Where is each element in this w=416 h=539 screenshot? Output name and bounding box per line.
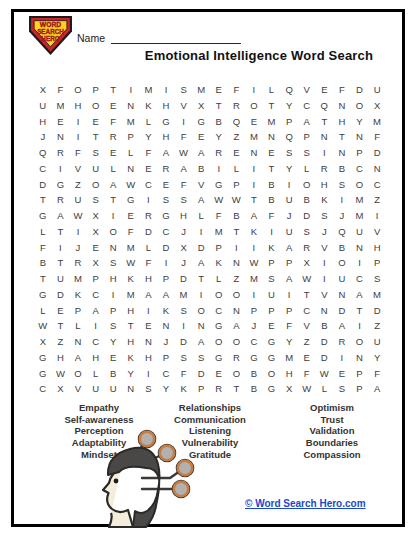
grid-cell: T: [128, 321, 134, 331]
grid-cell: B: [233, 211, 239, 221]
grid-cell: G: [39, 353, 46, 363]
grid-cell: O: [356, 101, 363, 111]
grid-cell: E: [92, 243, 98, 253]
grid-cell: T: [216, 101, 222, 111]
grid-cell: H: [75, 101, 82, 111]
grid-cell: B: [268, 180, 274, 190]
grid-cell: R: [303, 243, 310, 253]
grid-cell: A: [75, 353, 81, 363]
grid-cell: O: [92, 180, 99, 190]
grid-cell: O: [303, 180, 310, 190]
grid-cell: G: [39, 369, 46, 379]
grid-cell: Y: [286, 101, 292, 111]
grid-cell: G: [215, 353, 222, 363]
grid-cell: U: [92, 164, 99, 174]
grid-cell: E: [145, 164, 151, 174]
grid-cell: X: [180, 243, 186, 253]
grid-cell: A: [251, 211, 257, 221]
grid-cell: A: [356, 290, 362, 300]
grid-cell: M: [180, 290, 188, 300]
grid-cell: G: [268, 384, 275, 394]
grid-cell: S: [92, 195, 98, 205]
grid-cell: B: [216, 117, 222, 127]
grid-cell: R: [338, 337, 345, 347]
grid-cell: S: [304, 227, 310, 237]
grid-cell: I: [253, 85, 256, 95]
grid-cell: M: [74, 274, 82, 284]
grid-cell: I: [77, 227, 80, 237]
grid-cell: O: [233, 290, 240, 300]
grid-cell: P: [216, 243, 222, 253]
grid-cell: F: [374, 132, 380, 142]
grid-cell: D: [57, 290, 64, 300]
grid-cell: G: [39, 290, 46, 300]
grid-cell: K: [251, 227, 257, 237]
grid-cell: W: [232, 195, 241, 205]
grid-cell: I: [253, 290, 256, 300]
grid-cell: R: [110, 132, 117, 142]
grid-cell: I: [165, 85, 168, 95]
grid-cell: L: [128, 148, 133, 158]
grid-cell: J: [76, 243, 81, 253]
grid-cell: P: [92, 85, 98, 95]
grid-cell: F: [110, 117, 116, 127]
name-blank-line: [111, 31, 241, 44]
word-list-item: Empathy: [39, 402, 159, 414]
grid-cell: H: [145, 274, 152, 284]
grid-cell: Y: [163, 384, 169, 394]
grid-cell: T: [57, 321, 63, 331]
grid-cell: N: [233, 258, 240, 268]
grid-cell: H: [286, 369, 293, 379]
grid-cell: Z: [75, 180, 81, 190]
grid-cell: F: [145, 148, 151, 158]
grid-cell: V: [304, 85, 310, 95]
grid-cell: C: [163, 369, 170, 379]
grid-cell: F: [75, 148, 81, 158]
grid-cell: S: [180, 306, 186, 316]
grid-cell: P: [268, 306, 274, 316]
grid-cell: T: [357, 306, 363, 316]
grid-cell: B: [251, 384, 257, 394]
grid-cell: P: [163, 353, 169, 363]
logo-word-text: WORD: [40, 21, 61, 28]
grid-cell: L: [146, 243, 151, 253]
grid-cell: H: [57, 353, 64, 363]
grid-cell: Z: [233, 132, 239, 142]
grid-cell: C: [374, 180, 381, 190]
grid-cell: U: [374, 337, 381, 347]
grid-cell: E: [268, 321, 274, 331]
grid-cell: A: [286, 243, 292, 253]
letter-grid: XFOPTIMISMEFILQVEFDUUMHOENKHVXTROTYCQNOX…: [34, 82, 386, 397]
grid-cell: D: [198, 243, 205, 253]
grid-cell: I: [59, 164, 62, 174]
grid-cell: I: [200, 290, 203, 300]
logo-hero-text: HERO: [41, 35, 59, 42]
grid-cell: Y: [145, 132, 151, 142]
grid-cell: V: [321, 290, 327, 300]
grid-cell: L: [322, 384, 327, 394]
grid-cell: I: [77, 132, 80, 142]
grid-cell: V: [304, 321, 310, 331]
grid-cell: U: [39, 101, 46, 111]
word-search-hero-credit-link[interactable]: © Word Search Hero.com: [245, 498, 366, 509]
grid-cell: Y: [356, 117, 362, 127]
grid-cell: Z: [374, 195, 380, 205]
grid-cell: A: [304, 117, 310, 127]
grid-cell: S: [198, 353, 204, 363]
grid-cell: A: [198, 337, 204, 347]
grid-cell: B: [339, 243, 345, 253]
grid-cell: W: [179, 148, 188, 158]
grid-cell: J: [340, 211, 345, 221]
grid-cell: M: [215, 227, 223, 237]
grid-cell: H: [163, 132, 170, 142]
grid-cell: S: [339, 180, 345, 190]
grid-cell: Q: [338, 227, 345, 237]
worksheet-page: WORD SEARCH HERO Name Emotional Intellig…: [0, 0, 416, 539]
grid-cell: I: [94, 321, 97, 331]
word-column-col3: OptimismTrustValidationBoundariesCompass…: [272, 402, 392, 461]
grid-cell: I: [129, 85, 132, 95]
grid-cell: L: [269, 85, 274, 95]
grid-cell: D: [145, 227, 152, 237]
grid-cell: I: [253, 164, 256, 174]
grid-cell: F: [57, 85, 63, 95]
grid-cell: A: [57, 211, 63, 221]
thinking-head-illustration: [86, 428, 198, 528]
grid-cell: U: [268, 290, 275, 300]
grid-cell: L: [75, 321, 80, 331]
grid-cell: N: [268, 132, 275, 142]
grid-cell: D: [180, 337, 187, 347]
grid-cell: I: [112, 290, 115, 300]
grid-cell: L: [304, 164, 309, 174]
grid-cell: N: [356, 243, 363, 253]
grid-cell: W: [126, 180, 135, 190]
grid-cell: P: [198, 384, 204, 394]
grid-cell: I: [323, 274, 326, 284]
grid-cell: J: [287, 211, 292, 221]
grid-cell: R: [145, 211, 152, 221]
grid-cell: M: [127, 243, 135, 253]
grid-cell: R: [163, 164, 170, 174]
grid-cell: O: [74, 369, 81, 379]
grid-cell: A: [339, 321, 345, 331]
grid-cell: P: [286, 117, 292, 127]
grid-cell: C: [163, 227, 170, 237]
grid-cell: D: [303, 211, 310, 221]
grid-cell: E: [57, 306, 63, 316]
grid-cell: S: [321, 211, 327, 221]
grid-cell: E: [163, 180, 169, 190]
grid-cell: G: [268, 337, 275, 347]
grid-cell: G: [215, 321, 222, 331]
grid-cell: E: [110, 353, 116, 363]
grid-cell: A: [180, 164, 186, 174]
grid-cell: E: [216, 369, 222, 379]
grid-cell: R: [75, 258, 82, 268]
grid-cell: N: [321, 306, 328, 316]
grid-cell: K: [216, 258, 222, 268]
grid-cell: S: [145, 384, 151, 394]
grid-cell: L: [146, 117, 151, 127]
grid-cell: G: [162, 117, 169, 127]
grid-cell: I: [112, 211, 115, 221]
grid-cell: I: [217, 164, 220, 174]
grid-cell: R: [233, 101, 240, 111]
grid-cell: I: [358, 321, 361, 331]
grid-cell: R: [57, 195, 64, 205]
grid-cell: T: [269, 164, 275, 174]
grid-cell: F: [181, 369, 187, 379]
grid-cell: P: [92, 274, 98, 284]
grid-cell: G: [250, 353, 257, 363]
grid-cell: S: [163, 195, 169, 205]
grid-cell: K: [268, 243, 274, 253]
grid-cell: Q: [321, 101, 328, 111]
grid-cell: W: [56, 369, 65, 379]
grid-cell: E: [268, 148, 274, 158]
grid-cell: N: [75, 337, 82, 347]
grid-cell: E: [339, 369, 345, 379]
grid-cell: T: [269, 101, 275, 111]
grid-cell: E: [233, 148, 239, 158]
grid-cell: I: [200, 227, 203, 237]
grid-cell: E: [198, 132, 204, 142]
grid-cell: Q: [285, 85, 292, 95]
grid-cell: X: [92, 258, 98, 268]
grid-cell: K: [128, 353, 134, 363]
grid-cell: T: [233, 227, 239, 237]
grid-cell: C: [92, 337, 99, 347]
grid-cell: W: [302, 384, 311, 394]
grid-cell: H: [92, 353, 99, 363]
grid-cell: O: [250, 101, 257, 111]
grid-cell: U: [92, 384, 99, 394]
grid-cell: I: [341, 353, 344, 363]
grid-cell: A: [145, 290, 151, 300]
grid-cell: T: [321, 117, 327, 127]
grid-cell: V: [198, 180, 204, 190]
grid-cell: T: [339, 132, 345, 142]
grid-cell: T: [57, 258, 63, 268]
grid-cell: D: [338, 306, 345, 316]
grid-cell: A: [92, 306, 98, 316]
grid-cell: F: [40, 243, 46, 253]
grid-cell: E: [57, 117, 63, 127]
grid-cell: F: [339, 85, 345, 95]
grid-cell: V: [321, 243, 327, 253]
grid-cell: T: [57, 227, 63, 237]
grid-cell: O: [268, 369, 275, 379]
grid-cell: A: [163, 148, 169, 158]
grid-cell: C: [39, 384, 46, 394]
grid-cell: D: [180, 274, 187, 284]
word-list-item: Validation: [272, 425, 392, 437]
word-list-item: Optimism: [272, 402, 392, 414]
grid-cell: N: [57, 132, 64, 142]
grid-cell: F: [233, 85, 239, 95]
grid-cell: P: [356, 369, 362, 379]
grid-cell: T: [110, 85, 116, 95]
grid-cell: L: [93, 369, 98, 379]
grid-cell: I: [270, 227, 273, 237]
grid-cell: W: [126, 258, 135, 268]
grid-cell: O: [356, 180, 363, 190]
grid-cell: X: [304, 258, 310, 268]
grid-cell: X: [374, 101, 380, 111]
grid-cell: Z: [304, 337, 310, 347]
grid-cell: I: [147, 306, 150, 316]
word-list-item: Trust: [272, 414, 392, 426]
grid-cell: L: [234, 164, 239, 174]
grid-cell: I: [77, 117, 80, 127]
grid-cell: I: [288, 290, 291, 300]
grid-cell: A: [198, 195, 204, 205]
grid-cell: Z: [374, 321, 380, 331]
grid-cell: B: [339, 164, 345, 174]
grid-cell: N: [233, 306, 240, 316]
grid-cell: M: [56, 101, 64, 111]
grid-cell: G: [268, 353, 275, 363]
grid-cell: N: [163, 321, 170, 331]
grid-cell: W: [249, 258, 258, 268]
grid-cell: U: [75, 195, 82, 205]
grid-cell: S: [92, 148, 98, 158]
grid-cell: I: [165, 258, 168, 268]
grid-cell: F: [286, 321, 292, 331]
word-search-hero-logo-icon: WORD SEARCH HERO: [28, 15, 73, 56]
grid-cell: D: [356, 85, 363, 95]
grid-cell: X: [40, 337, 46, 347]
grid-cell: S: [110, 321, 116, 331]
grid-cell: E: [304, 353, 310, 363]
grid-cell: G: [162, 211, 169, 221]
grid-cell: M: [127, 290, 135, 300]
grid-cell: H: [338, 117, 345, 127]
grid-cell: R: [233, 353, 240, 363]
grid-cell: F: [304, 369, 310, 379]
grid-cell: H: [321, 180, 328, 190]
grid-cell: N: [250, 148, 257, 158]
grid-cell: X: [198, 101, 204, 111]
grid-cell: K: [163, 306, 169, 316]
grid-cell: I: [59, 243, 62, 253]
grid-cell: H: [127, 306, 134, 316]
grid-cell: N: [198, 321, 205, 331]
grid-cell: M: [197, 85, 205, 95]
grid-cell: O: [215, 290, 222, 300]
grid-cell: B: [110, 369, 116, 379]
grid-cell: T: [251, 195, 257, 205]
grid-cell: O: [197, 306, 204, 316]
logo-search-text: SEARCH: [37, 28, 64, 35]
grid-cell: A: [198, 148, 204, 158]
grid-cell: M: [144, 85, 152, 95]
word-list-item: Compassion: [272, 449, 392, 461]
grid-cell: A: [286, 274, 292, 284]
grid-cell: A: [198, 258, 204, 268]
grid-cell: I: [182, 321, 185, 331]
grid-cell: T: [304, 290, 310, 300]
grid-cell: E: [128, 211, 134, 221]
grid-cell: I: [235, 243, 238, 253]
grid-cell: G: [215, 180, 222, 190]
grid-cell: Y: [286, 164, 292, 174]
grid-cell: I: [358, 258, 361, 268]
grid-cell: A: [374, 384, 380, 394]
grid-cell: M: [373, 290, 381, 300]
grid-cell: N: [338, 148, 345, 158]
grid-cell: O: [92, 101, 99, 111]
grid-cell: B: [268, 195, 274, 205]
grid-cell: H: [39, 117, 46, 127]
grid-cell: K: [75, 290, 81, 300]
grid-cell: I: [253, 180, 256, 190]
grid-cell: G: [197, 117, 204, 127]
grid-cell: S: [110, 258, 116, 268]
grid-cell: L: [216, 274, 221, 284]
word-list-item: Relationships: [150, 402, 270, 414]
grid-cell: C: [145, 180, 152, 190]
grid-cell: E: [216, 85, 222, 95]
grid-cell: U: [338, 274, 345, 284]
grid-cell: B: [198, 164, 204, 174]
grid-cell: Z: [57, 337, 63, 347]
grid-cell: C: [303, 101, 310, 111]
head-eye: [114, 479, 119, 484]
grid-cell: P: [286, 306, 292, 316]
grid-cell: C: [356, 164, 363, 174]
grid-cell: N: [321, 132, 328, 142]
grid-cell: I: [323, 258, 326, 268]
name-line: Name: [77, 31, 241, 44]
grid-cell: M: [268, 117, 276, 127]
grid-cell: J: [322, 227, 327, 237]
grid-cell: N: [145, 337, 152, 347]
grid-cell: X: [286, 384, 292, 394]
grid-cell: I: [253, 243, 256, 253]
grid-cell: U: [57, 274, 64, 284]
word-list-item: Communication: [150, 414, 270, 426]
grid-cell: H: [127, 337, 134, 347]
grid-cell: V: [374, 227, 380, 237]
grid-cell: F: [128, 227, 134, 237]
grid-cell: K: [128, 274, 134, 284]
grid-cell: U: [356, 227, 363, 237]
grid-cell: R: [57, 148, 64, 158]
grid-cell: W: [214, 195, 223, 205]
grid-cell: D: [198, 369, 205, 379]
grid-cell: E: [321, 85, 327, 95]
grid-cell: N: [127, 101, 134, 111]
grid-cell: I: [182, 117, 185, 127]
grid-cell: N: [127, 384, 134, 394]
grid-cell: I: [323, 148, 326, 158]
grid-cell: D: [163, 243, 170, 253]
grid-cell: I: [376, 211, 379, 221]
grid-cell: O: [356, 337, 363, 347]
grid-cell: F: [374, 369, 380, 379]
grid-cell: O: [215, 337, 222, 347]
grid-cell: O: [338, 258, 345, 268]
grid-cell: W: [38, 321, 47, 331]
grid-cell: E: [110, 101, 116, 111]
grid-cell: X: [57, 384, 63, 394]
grid-cell: P: [268, 258, 274, 268]
